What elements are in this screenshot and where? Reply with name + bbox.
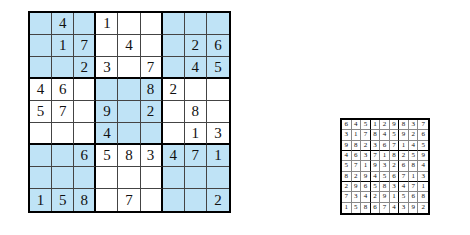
puzzle-cell-r1c4: 1: [96, 13, 118, 35]
puzzle-cell-r4c3: [74, 79, 96, 101]
puzzle-cell-r8c1: [30, 167, 52, 189]
solution-cell-r3c4: 3: [371, 141, 381, 151]
solution-cell-r4c8: 5: [409, 151, 419, 161]
puzzle-cell-r7c2: [52, 145, 74, 167]
puzzle-cell-r3c9: 5: [207, 57, 229, 79]
puzzle-cell-r4c7: 2: [163, 79, 185, 101]
sudoku-solution-grid: 6451298373178459269823671454637182595719…: [340, 118, 430, 215]
puzzle-cell-r6c2: [52, 123, 74, 145]
solution-cell-r1c1: 6: [342, 120, 352, 130]
solution-cell-r1c2: 4: [352, 120, 362, 130]
puzzle-cell-r1c1: [30, 13, 52, 35]
puzzle-cell-r7c8: 7: [185, 145, 207, 167]
puzzle-cell-r2c7: [163, 35, 185, 57]
solution-cell-r8c5: 9: [380, 192, 390, 202]
solution-cell-r6c2: 2: [352, 172, 362, 182]
puzzle-cell-r6c9: 3: [207, 123, 229, 145]
puzzle-cell-r8c3: [74, 167, 96, 189]
puzzle-cell-r1c8: [185, 13, 207, 35]
puzzle-cell-r7c5: 8: [118, 145, 140, 167]
puzzle-cell-r4c8: [185, 79, 207, 101]
puzzle-cell-r2c3: 7: [74, 35, 96, 57]
solution-cell-r2c7: 9: [399, 130, 409, 140]
puzzle-cell-r6c6: [141, 123, 163, 145]
solution-cell-r6c8: 1: [409, 172, 419, 182]
puzzle-cell-r1c7: [163, 13, 185, 35]
puzzle-cell-r8c8: [185, 167, 207, 189]
puzzle-cell-r4c5: [118, 79, 140, 101]
puzzle-cell-r5c1: 5: [30, 101, 52, 123]
solution-cell-r7c9: 1: [418, 182, 428, 192]
puzzle-cell-r3c8: 4: [185, 57, 207, 79]
solution-cell-r2c9: 6: [418, 130, 428, 140]
puzzle-cell-r5c6: 2: [141, 101, 163, 123]
solution-cell-r7c8: 7: [409, 182, 419, 192]
solution-cell-r5c3: 1: [361, 161, 371, 171]
solution-cell-r4c3: 3: [361, 151, 371, 161]
solution-cell-r7c7: 4: [399, 182, 409, 192]
solution-cell-r9c8: 9: [409, 203, 419, 213]
puzzle-cell-r9c1: 1: [30, 189, 52, 211]
puzzle-cell-r5c2: 7: [52, 101, 74, 123]
solution-cell-r8c8: 6: [409, 192, 419, 202]
puzzle-cell-r2c4: [96, 35, 118, 57]
solution-cell-r8c7: 5: [399, 192, 409, 202]
solution-cell-r1c5: 2: [380, 120, 390, 130]
puzzle-cell-r5c7: [163, 101, 185, 123]
solution-cell-r6c7: 7: [399, 172, 409, 182]
solution-cell-r9c1: 1: [342, 203, 352, 213]
solution-cell-r2c5: 4: [380, 130, 390, 140]
puzzle-cell-r9c3: 8: [74, 189, 96, 211]
puzzle-cell-r6c1: [30, 123, 52, 145]
puzzle-cell-r3c5: [118, 57, 140, 79]
puzzle-cell-r7c1: [30, 145, 52, 167]
puzzle-cell-r8c9: [207, 167, 229, 189]
puzzle-cell-r8c7: [163, 167, 185, 189]
solution-cell-r2c8: 2: [409, 130, 419, 140]
solution-cell-r7c2: 9: [352, 182, 362, 192]
solution-cell-r3c8: 4: [409, 141, 419, 151]
solution-cell-r5c7: 6: [399, 161, 409, 171]
solution-cell-r2c6: 5: [390, 130, 400, 140]
solution-cell-r8c1: 7: [342, 192, 352, 202]
solution-cell-r8c3: 4: [361, 192, 371, 202]
solution-cell-r3c7: 1: [399, 141, 409, 151]
puzzle-cell-r7c3: 6: [74, 145, 96, 167]
puzzle-cell-r2c6: [141, 35, 163, 57]
sudoku-puzzle-grid: 411742623745468257928413658347115872: [28, 11, 231, 213]
puzzle-cell-r4c4: [96, 79, 118, 101]
solution-cell-r2c1: 3: [342, 130, 352, 140]
solution-cell-r7c3: 6: [361, 182, 371, 192]
puzzle-cell-r8c6: [141, 167, 163, 189]
puzzle-cell-r7c6: 3: [141, 145, 163, 167]
puzzle-cell-r9c8: [185, 189, 207, 211]
solution-cell-r5c8: 8: [409, 161, 419, 171]
solution-cell-r6c6: 6: [390, 172, 400, 182]
puzzle-cell-r5c3: [74, 101, 96, 123]
puzzle-cell-r2c1: [30, 35, 52, 57]
solution-cell-r3c2: 8: [352, 141, 362, 151]
solution-cell-r7c4: 5: [371, 182, 381, 192]
solution-cell-r5c2: 7: [352, 161, 362, 171]
puzzle-cell-r5c8: 8: [185, 101, 207, 123]
solution-cell-r1c8: 3: [409, 120, 419, 130]
solution-cell-r5c4: 9: [371, 161, 381, 171]
solution-cell-r9c5: 7: [380, 203, 390, 213]
solution-cell-r9c2: 5: [352, 203, 362, 213]
solution-cell-r6c3: 9: [361, 172, 371, 182]
solution-cell-r7c6: 3: [390, 182, 400, 192]
puzzle-cell-r8c2: [52, 167, 74, 189]
solution-cell-r3c1: 9: [342, 141, 352, 151]
solution-cell-r4c5: 1: [380, 151, 390, 161]
puzzle-cell-r1c3: [74, 13, 96, 35]
solution-cell-r1c4: 1: [371, 120, 381, 130]
puzzle-cell-r1c2: 4: [52, 13, 74, 35]
puzzle-cell-r5c5: [118, 101, 140, 123]
solution-cell-r9c6: 4: [390, 203, 400, 213]
solution-cell-r7c5: 8: [380, 182, 390, 192]
solution-cell-r8c9: 8: [418, 192, 428, 202]
puzzle-cell-r1c9: [207, 13, 229, 35]
solution-cell-r9c3: 8: [361, 203, 371, 213]
puzzle-cell-r3c2: [52, 57, 74, 79]
puzzle-cell-r9c5: 7: [118, 189, 140, 211]
puzzle-cell-r5c9: [207, 101, 229, 123]
solution-cell-r8c4: 2: [371, 192, 381, 202]
puzzle-cell-r1c6: [141, 13, 163, 35]
solution-cell-r3c3: 2: [361, 141, 371, 151]
solution-cell-r2c3: 7: [361, 130, 371, 140]
solution-cell-r4c7: 2: [399, 151, 409, 161]
solution-cell-r5c6: 2: [390, 161, 400, 171]
puzzle-cell-r2c9: 6: [207, 35, 229, 57]
solution-cell-r1c3: 5: [361, 120, 371, 130]
solution-cell-r3c5: 6: [380, 141, 390, 151]
solution-cell-r4c9: 9: [418, 151, 428, 161]
puzzle-cell-r3c3: 2: [74, 57, 96, 79]
puzzle-cell-r7c9: 1: [207, 145, 229, 167]
puzzle-cell-r6c5: [118, 123, 140, 145]
puzzle-cell-r8c4: [96, 167, 118, 189]
puzzle-cell-r9c4: [96, 189, 118, 211]
solution-cell-r3c9: 5: [418, 141, 428, 151]
solution-cell-r1c7: 8: [399, 120, 409, 130]
solution-cell-r4c6: 8: [390, 151, 400, 161]
puzzle-cell-r4c6: 8: [141, 79, 163, 101]
solution-cell-r1c9: 7: [418, 120, 428, 130]
solution-cell-r2c2: 1: [352, 130, 362, 140]
puzzle-cell-r4c2: 6: [52, 79, 74, 101]
solution-cell-r9c7: 3: [399, 203, 409, 213]
puzzle-cell-r6c4: 4: [96, 123, 118, 145]
solution-cell-r3c6: 7: [390, 141, 400, 151]
puzzle-cell-r6c3: [74, 123, 96, 145]
puzzle-cell-r9c9: 2: [207, 189, 229, 211]
solution-cell-r6c4: 4: [371, 172, 381, 182]
solution-cell-r5c5: 3: [380, 161, 390, 171]
puzzle-cell-r8c5: [118, 167, 140, 189]
puzzle-cell-r6c7: [163, 123, 185, 145]
puzzle-cell-r4c9: [207, 79, 229, 101]
solution-cell-r1c6: 9: [390, 120, 400, 130]
puzzle-cell-r2c2: 1: [52, 35, 74, 57]
solution-cell-r9c4: 6: [371, 203, 381, 213]
solution-cell-r2c4: 8: [371, 130, 381, 140]
solution-cell-r7c1: 2: [342, 182, 352, 192]
puzzle-cell-r4c1: 4: [30, 79, 52, 101]
puzzle-cell-r6c8: 1: [185, 123, 207, 145]
puzzle-cell-r9c2: 5: [52, 189, 74, 211]
puzzle-cell-r7c7: 4: [163, 145, 185, 167]
solution-cell-r4c4: 7: [371, 151, 381, 161]
solution-cell-r8c6: 1: [390, 192, 400, 202]
solution-cell-r6c1: 8: [342, 172, 352, 182]
puzzle-cell-r9c6: [141, 189, 163, 211]
puzzle-cell-r9c7: [163, 189, 185, 211]
solution-cell-r5c9: 4: [418, 161, 428, 171]
puzzle-cell-r2c8: 2: [185, 35, 207, 57]
solution-cell-r6c9: 3: [418, 172, 428, 182]
puzzle-cell-r2c5: 4: [118, 35, 140, 57]
solution-cell-r4c1: 4: [342, 151, 352, 161]
puzzle-cell-r3c1: [30, 57, 52, 79]
puzzle-cell-r3c4: 3: [96, 57, 118, 79]
puzzle-cell-r5c4: 9: [96, 101, 118, 123]
solution-cell-r5c1: 5: [342, 161, 352, 171]
puzzle-cell-r1c5: [118, 13, 140, 35]
solution-cell-r9c9: 2: [418, 203, 428, 213]
puzzle-cell-r3c6: 7: [141, 57, 163, 79]
puzzle-cell-r7c4: 5: [96, 145, 118, 167]
solution-cell-r6c5: 5: [380, 172, 390, 182]
solution-cell-r4c2: 6: [352, 151, 362, 161]
solution-cell-r8c2: 3: [352, 192, 362, 202]
puzzle-cell-r3c7: [163, 57, 185, 79]
